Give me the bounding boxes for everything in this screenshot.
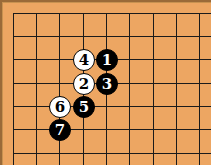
grid-line-horizontal <box>13 129 211 130</box>
stone-white-6: 6 <box>49 96 71 118</box>
grid-line-horizontal <box>13 153 211 154</box>
grid-line-horizontal <box>13 13 211 14</box>
go-board: 1234567 <box>0 0 211 165</box>
stone-black-7: 7 <box>49 119 71 141</box>
stone-white-2: 2 <box>73 73 95 95</box>
stone-white-4: 4 <box>73 49 95 71</box>
stone-black-5: 5 <box>73 96 95 118</box>
stone-black-3: 3 <box>96 73 118 95</box>
grid-line-horizontal <box>13 106 211 107</box>
stone-black-1: 1 <box>96 49 118 71</box>
grid-line-horizontal <box>13 36 211 37</box>
